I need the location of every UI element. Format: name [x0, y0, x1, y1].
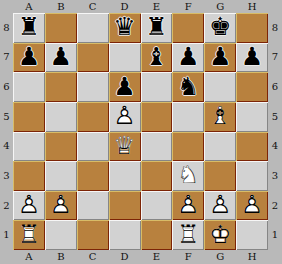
- white-piece-outline-glyph: ♙: [18, 192, 40, 217]
- rank-label-left-8: 8: [0, 13, 13, 43]
- white-piece-outline-glyph: ♖: [18, 222, 40, 247]
- square-e6[interactable]: [141, 72, 173, 102]
- white-pawn[interactable]: ♟♙: [172, 191, 204, 221]
- white-piece-outline-glyph: ♕: [113, 133, 135, 158]
- square-g3[interactable]: [204, 161, 236, 191]
- rank-label-right-1: 1: [268, 220, 282, 250]
- rank-label-right-7: 7: [268, 43, 282, 73]
- square-g7[interactable]: ♟: [204, 43, 236, 73]
- board-corner-top-right: [268, 0, 282, 13]
- square-b2[interactable]: ♟♙: [45, 191, 77, 221]
- chessboard: ABCDEFGH8♜♛♜♚87♟♟♝♟♟♟76♟♞65♟♙♝♗54♛♕43♞♘3…: [0, 0, 282, 264]
- square-f6[interactable]: ♞: [172, 72, 204, 102]
- black-pawn[interactable]: ♟: [172, 43, 204, 73]
- black-piece-glyph: ♟: [241, 44, 263, 69]
- file-label-top-a: A: [13, 0, 45, 13]
- square-c5[interactable]: [77, 102, 109, 132]
- board-corner-bottom-left: [0, 250, 13, 264]
- square-h2[interactable]: ♟♙: [236, 191, 268, 221]
- square-c8[interactable]: [77, 13, 109, 43]
- square-b5[interactable]: [45, 102, 77, 132]
- square-a8[interactable]: ♜: [13, 13, 45, 43]
- rank-label-left-4: 4: [0, 132, 13, 162]
- square-d1[interactable]: [109, 220, 141, 250]
- black-piece-glyph: ♟: [18, 44, 40, 69]
- square-e8[interactable]: ♜: [141, 13, 173, 43]
- square-c3[interactable]: [77, 161, 109, 191]
- square-b8[interactable]: [45, 13, 77, 43]
- rank-label-left-3: 3: [0, 161, 13, 191]
- square-f3[interactable]: ♞♘: [172, 161, 204, 191]
- square-b3[interactable]: [45, 161, 77, 191]
- square-c2[interactable]: [77, 191, 109, 221]
- black-piece-glyph: ♟: [113, 74, 135, 99]
- board-corner-bottom-right: [268, 250, 282, 264]
- rank-label-right-8: 8: [268, 13, 282, 43]
- rank-label-right-2: 2: [268, 191, 282, 221]
- file-label-top-h: H: [236, 0, 268, 13]
- square-a2[interactable]: ♟♙: [13, 191, 45, 221]
- file-label-top-f: F: [172, 0, 204, 13]
- file-label-bottom-h: H: [236, 250, 268, 264]
- black-pawn[interactable]: ♟: [236, 43, 268, 73]
- white-piece-outline-glyph: ♙: [241, 192, 263, 217]
- square-h3[interactable]: [236, 161, 268, 191]
- black-pawn[interactable]: ♟: [109, 72, 141, 102]
- white-piece-outline-glyph: ♖: [177, 222, 199, 247]
- black-pawn[interactable]: ♟: [45, 43, 77, 73]
- black-queen[interactable]: ♛: [109, 13, 141, 43]
- black-knight[interactable]: ♞: [172, 72, 204, 102]
- square-e3[interactable]: [141, 161, 173, 191]
- file-label-bottom-a: A: [13, 250, 45, 264]
- rank-label-right-4: 4: [268, 132, 282, 162]
- rank-label-left-5: 5: [0, 102, 13, 132]
- square-a3[interactable]: [13, 161, 45, 191]
- white-pawn[interactable]: ♟♙: [45, 191, 77, 221]
- black-rook[interactable]: ♜: [141, 13, 173, 43]
- white-piece-outline-glyph: ♔: [209, 222, 231, 247]
- square-d3[interactable]: [109, 161, 141, 191]
- white-pawn[interactable]: ♟♙: [204, 191, 236, 221]
- white-king[interactable]: ♚♔: [204, 220, 236, 250]
- square-g1[interactable]: ♚♔: [204, 220, 236, 250]
- square-b1[interactable]: [45, 220, 77, 250]
- square-d8[interactable]: ♛: [109, 13, 141, 43]
- square-h7[interactable]: ♟: [236, 43, 268, 73]
- square-g2[interactable]: ♟♙: [204, 191, 236, 221]
- black-piece-glyph: ♞: [177, 74, 199, 99]
- square-f7[interactable]: ♟: [172, 43, 204, 73]
- file-label-bottom-c: C: [77, 250, 109, 264]
- black-piece-glyph: ♝: [145, 44, 167, 69]
- black-piece-glyph: ♜: [18, 14, 40, 39]
- white-piece-outline-glyph: ♙: [113, 103, 135, 128]
- square-d5[interactable]: ♟♙: [109, 102, 141, 132]
- square-c6[interactable]: [77, 72, 109, 102]
- square-a6[interactable]: [13, 72, 45, 102]
- file-label-bottom-f: F: [172, 250, 204, 264]
- black-pawn[interactable]: ♟: [13, 43, 45, 73]
- board-corner-top-left: [0, 0, 13, 13]
- black-piece-glyph: ♚: [209, 14, 231, 39]
- square-g5[interactable]: ♝♗: [204, 102, 236, 132]
- white-rook[interactable]: ♜♖: [13, 220, 45, 250]
- black-piece-glyph: ♟: [209, 44, 231, 69]
- white-piece-outline-glyph: ♙: [177, 192, 199, 217]
- black-pawn[interactable]: ♟: [204, 43, 236, 73]
- square-a5[interactable]: [13, 102, 45, 132]
- file-label-bottom-b: B: [45, 250, 77, 264]
- square-d7[interactable]: [109, 43, 141, 73]
- square-e2[interactable]: [141, 191, 173, 221]
- square-f5[interactable]: [172, 102, 204, 132]
- white-rook[interactable]: ♜♖: [172, 220, 204, 250]
- square-f1[interactable]: ♜♖: [172, 220, 204, 250]
- rank-label-right-3: 3: [268, 161, 282, 191]
- black-piece-glyph: ♟: [50, 44, 72, 69]
- white-knight[interactable]: ♞♘: [172, 161, 204, 191]
- rank-label-right-6: 6: [268, 72, 282, 102]
- rank-label-left-2: 2: [0, 191, 13, 221]
- white-piece-outline-glyph: ♘: [177, 162, 199, 187]
- white-piece-outline-glyph: ♙: [50, 192, 72, 217]
- white-piece-outline-glyph: ♗: [209, 103, 231, 128]
- file-label-bottom-g: G: [204, 250, 236, 264]
- file-label-bottom-d: D: [109, 250, 141, 264]
- square-a4[interactable]: [13, 132, 45, 162]
- square-d2[interactable]: [109, 191, 141, 221]
- square-d4[interactable]: ♛♕: [109, 132, 141, 162]
- white-pawn[interactable]: ♟♙: [13, 191, 45, 221]
- black-piece-glyph: ♛: [113, 14, 135, 39]
- white-queen[interactable]: ♛♕: [109, 132, 141, 162]
- square-h8[interactable]: [236, 13, 268, 43]
- square-g4[interactable]: [204, 132, 236, 162]
- square-b4[interactable]: [45, 132, 77, 162]
- rank-label-left-1: 1: [0, 220, 13, 250]
- square-h6[interactable]: [236, 72, 268, 102]
- white-pawn[interactable]: ♟♙: [236, 191, 268, 221]
- square-e5[interactable]: [141, 102, 173, 132]
- black-king[interactable]: ♚: [204, 13, 236, 43]
- file-label-top-e: E: [141, 0, 173, 13]
- file-label-top-g: G: [204, 0, 236, 13]
- white-pawn[interactable]: ♟♙: [109, 102, 141, 132]
- black-piece-glyph: ♟: [177, 44, 199, 69]
- file-label-top-c: C: [77, 0, 109, 13]
- square-h5[interactable]: [236, 102, 268, 132]
- file-label-bottom-e: E: [141, 250, 173, 264]
- square-a1[interactable]: ♜♖: [13, 220, 45, 250]
- square-c7[interactable]: [77, 43, 109, 73]
- square-e7[interactable]: ♝: [141, 43, 173, 73]
- file-label-top-b: B: [45, 0, 77, 13]
- square-f8[interactable]: [172, 13, 204, 43]
- black-bishop[interactable]: ♝: [141, 43, 173, 73]
- square-f2[interactable]: ♟♙: [172, 191, 204, 221]
- square-a7[interactable]: ♟: [13, 43, 45, 73]
- rank-label-right-5: 5: [268, 102, 282, 132]
- square-h1[interactable]: [236, 220, 268, 250]
- square-e4[interactable]: [141, 132, 173, 162]
- square-b7[interactable]: ♟: [45, 43, 77, 73]
- square-c1[interactable]: [77, 220, 109, 250]
- black-rook[interactable]: ♜: [13, 13, 45, 43]
- rank-label-left-6: 6: [0, 72, 13, 102]
- square-f4[interactable]: [172, 132, 204, 162]
- black-piece-glyph: ♜: [145, 14, 167, 39]
- square-g8[interactable]: ♚: [204, 13, 236, 43]
- square-h4[interactable]: [236, 132, 268, 162]
- file-label-top-d: D: [109, 0, 141, 13]
- square-e1[interactable]: [141, 220, 173, 250]
- square-b6[interactable]: [45, 72, 77, 102]
- rank-label-left-7: 7: [0, 43, 13, 73]
- square-c4[interactable]: [77, 132, 109, 162]
- square-g6[interactable]: [204, 72, 236, 102]
- white-piece-outline-glyph: ♙: [209, 192, 231, 217]
- square-d6[interactable]: ♟: [109, 72, 141, 102]
- white-bishop[interactable]: ♝♗: [204, 102, 236, 132]
